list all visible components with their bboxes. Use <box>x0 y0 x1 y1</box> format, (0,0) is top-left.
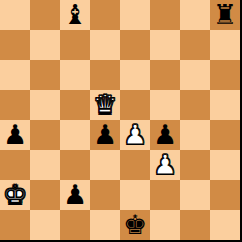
square-b4[interactable] <box>30 120 60 150</box>
square-f5[interactable] <box>150 90 180 120</box>
square-d6[interactable] <box>90 60 120 90</box>
square-b2[interactable] <box>30 180 60 210</box>
square-c3[interactable] <box>60 150 90 180</box>
square-c7[interactable] <box>60 30 90 60</box>
piece-black-king[interactable]: ♚ <box>120 210 150 240</box>
piece-white-pawn[interactable]: ♟ <box>120 120 150 150</box>
piece-black-pawn[interactable]: ♟ <box>0 120 30 150</box>
square-e1[interactable]: ♚ <box>120 210 150 240</box>
square-a1[interactable] <box>0 210 30 240</box>
square-e5[interactable] <box>120 90 150 120</box>
square-c1[interactable] <box>60 210 90 240</box>
square-f3[interactable]: ♟ <box>150 150 180 180</box>
square-h6[interactable] <box>210 60 240 90</box>
square-h8[interactable]: ♜ <box>210 0 240 30</box>
square-d7[interactable] <box>90 30 120 60</box>
square-b6[interactable] <box>30 60 60 90</box>
square-a4[interactable]: ♟ <box>0 120 30 150</box>
square-c2[interactable]: ♟ <box>60 180 90 210</box>
piece-white-pawn[interactable]: ♟ <box>150 150 180 180</box>
square-e7[interactable] <box>120 30 150 60</box>
square-b3[interactable] <box>30 150 60 180</box>
square-d4[interactable]: ♟ <box>90 120 120 150</box>
square-d1[interactable] <box>90 210 120 240</box>
square-f2[interactable] <box>150 180 180 210</box>
square-f6[interactable] <box>150 60 180 90</box>
square-g5[interactable] <box>180 90 210 120</box>
piece-white-king[interactable]: ♚ <box>0 180 30 210</box>
square-e6[interactable] <box>120 60 150 90</box>
square-f8[interactable] <box>150 0 180 30</box>
square-e8[interactable] <box>120 0 150 30</box>
square-g7[interactable] <box>180 30 210 60</box>
square-e4[interactable]: ♟ <box>120 120 150 150</box>
square-g1[interactable] <box>180 210 210 240</box>
piece-black-pawn[interactable]: ♟ <box>150 120 180 150</box>
piece-black-rook[interactable]: ♜ <box>210 0 240 30</box>
square-h3[interactable] <box>210 150 240 180</box>
square-b5[interactable] <box>30 90 60 120</box>
square-f1[interactable] <box>150 210 180 240</box>
square-c4[interactable] <box>60 120 90 150</box>
square-a3[interactable] <box>0 150 30 180</box>
square-b8[interactable] <box>30 0 60 30</box>
square-a2[interactable]: ♚ <box>0 180 30 210</box>
square-c8[interactable]: ♝ <box>60 0 90 30</box>
square-g4[interactable] <box>180 120 210 150</box>
square-f7[interactable] <box>150 30 180 60</box>
chess-board-stage: ♝♜♛♟♟♟♟♟♚♟♚ <box>0 0 242 242</box>
square-h4[interactable] <box>210 120 240 150</box>
square-d5[interactable]: ♛ <box>90 90 120 120</box>
square-g2[interactable] <box>180 180 210 210</box>
square-d2[interactable] <box>90 180 120 210</box>
piece-white-queen[interactable]: ♛ <box>90 90 120 120</box>
square-a5[interactable] <box>0 90 30 120</box>
piece-black-pawn[interactable]: ♟ <box>90 120 120 150</box>
square-h5[interactable] <box>210 90 240 120</box>
square-g8[interactable] <box>180 0 210 30</box>
piece-black-bishop[interactable]: ♝ <box>60 0 90 30</box>
square-g3[interactable] <box>180 150 210 180</box>
square-h1[interactable] <box>210 210 240 240</box>
chess-board: ♝♜♛♟♟♟♟♟♚♟♚ <box>0 0 240 240</box>
square-a6[interactable] <box>0 60 30 90</box>
square-b7[interactable] <box>30 30 60 60</box>
square-g6[interactable] <box>180 60 210 90</box>
square-b1[interactable] <box>30 210 60 240</box>
square-c5[interactable] <box>60 90 90 120</box>
square-h2[interactable] <box>210 180 240 210</box>
square-d8[interactable] <box>90 0 120 30</box>
square-e3[interactable] <box>120 150 150 180</box>
square-e2[interactable] <box>120 180 150 210</box>
piece-black-pawn[interactable]: ♟ <box>60 180 90 210</box>
square-a8[interactable] <box>0 0 30 30</box>
square-h7[interactable] <box>210 30 240 60</box>
square-d3[interactable] <box>90 150 120 180</box>
square-c6[interactable] <box>60 60 90 90</box>
square-f4[interactable]: ♟ <box>150 120 180 150</box>
square-a7[interactable] <box>0 30 30 60</box>
